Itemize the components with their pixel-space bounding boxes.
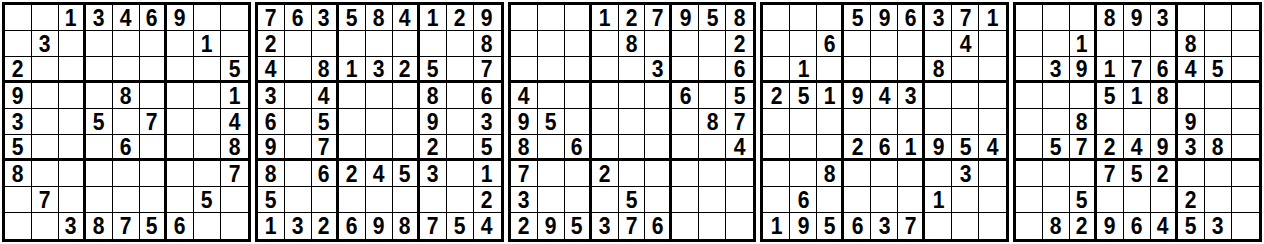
- cell-r8c9[interactable]: [726, 187, 753, 213]
- cell-r5c2[interactable]: [32, 109, 59, 135]
- cell-r2c8[interactable]: [1205, 31, 1232, 57]
- cell-r6c2[interactable]: [790, 135, 817, 161]
- cell-r3c5[interactable]: [619, 57, 646, 83]
- cell-r6c7[interactable]: 3: [1178, 135, 1205, 161]
- cell-r6c9[interactable]: 8: [221, 135, 248, 161]
- cell-r9c9[interactable]: [979, 213, 1006, 239]
- cell-r7c9[interactable]: 7: [221, 161, 248, 187]
- cell-r8c5[interactable]: [366, 187, 393, 213]
- cell-r9c3[interactable]: 2: [1070, 213, 1097, 239]
- cell-r3c4[interactable]: [592, 57, 619, 83]
- cell-r8c5[interactable]: [113, 187, 140, 213]
- cell-r4c6[interactable]: 3: [898, 83, 925, 109]
- cell-r8c8[interactable]: [699, 187, 726, 213]
- cell-r3c9[interactable]: 6: [726, 57, 753, 83]
- cell-r1c9[interactable]: [221, 5, 248, 31]
- cell-r8c3[interactable]: [312, 187, 339, 213]
- cell-r3c7[interactable]: 5: [420, 57, 447, 83]
- cell-r2c2[interactable]: 3: [32, 31, 59, 57]
- cell-r1c6[interactable]: 7: [645, 5, 672, 31]
- cell-r2c6[interactable]: [140, 31, 167, 57]
- cell-r8c1[interactable]: 5: [258, 187, 285, 213]
- cell-r5c4[interactable]: 5: [86, 109, 113, 135]
- cell-r8c6[interactable]: [140, 187, 167, 213]
- cell-r7c3[interactable]: [59, 161, 86, 187]
- cell-r9c7[interactable]: [925, 213, 952, 239]
- cell-r2c9[interactable]: [979, 31, 1006, 57]
- cell-r6c5[interactable]: 6: [871, 135, 898, 161]
- cell-r5c3[interactable]: [817, 109, 844, 135]
- cell-r1c8[interactable]: [194, 5, 221, 31]
- cell-r1c8[interactable]: 5: [699, 5, 726, 31]
- cell-r2c7[interactable]: [672, 31, 699, 57]
- cell-r1c4[interactable]: 1: [592, 5, 619, 31]
- cell-r7c5[interactable]: 5: [1124, 161, 1151, 187]
- cell-r1c1[interactable]: [511, 5, 538, 31]
- cell-r1c9[interactable]: 8: [726, 5, 753, 31]
- cell-r4c1[interactable]: 4: [511, 83, 538, 109]
- cell-r1c4[interactable]: 5: [339, 5, 366, 31]
- cell-r6c8[interactable]: [447, 135, 474, 161]
- cell-r3c8[interactable]: [699, 57, 726, 83]
- cell-r7c5[interactable]: [113, 161, 140, 187]
- cell-r6c4[interactable]: [86, 135, 113, 161]
- cell-r4c5[interactable]: 4: [871, 83, 898, 109]
- cell-r4c1[interactable]: 9: [5, 83, 32, 109]
- cell-r4c9[interactable]: 6: [474, 83, 501, 109]
- cell-r6c9[interactable]: 4: [979, 135, 1006, 161]
- cell-r2c4[interactable]: [339, 31, 366, 57]
- cell-r6c8[interactable]: 8: [1205, 135, 1232, 161]
- cell-r9c4[interactable]: 6: [844, 213, 871, 239]
- cell-r7c2[interactable]: [32, 161, 59, 187]
- cell-r1c6[interactable]: 4: [393, 5, 420, 31]
- cell-r7c9[interactable]: 1: [474, 161, 501, 187]
- cell-r7c7[interactable]: [167, 161, 194, 187]
- cell-r7c7[interactable]: [672, 161, 699, 187]
- cell-r6c1[interactable]: 9: [258, 135, 285, 161]
- cell-r2c7[interactable]: [167, 31, 194, 57]
- cell-r7c7[interactable]: 3: [420, 161, 447, 187]
- cell-r5c3[interactable]: [59, 109, 86, 135]
- cell-r6c7[interactable]: [672, 135, 699, 161]
- cell-r7c3[interactable]: 8: [817, 161, 844, 187]
- cell-r8c2[interactable]: 6: [790, 187, 817, 213]
- cell-r8c5[interactable]: [871, 187, 898, 213]
- cell-r7c2[interactable]: [285, 161, 312, 187]
- cell-r8c7[interactable]: 2: [1178, 187, 1205, 213]
- cell-r8c1[interactable]: [5, 187, 32, 213]
- cell-r9c2[interactable]: [32, 213, 59, 239]
- cell-r5c3[interactable]: 8: [1070, 109, 1097, 135]
- cell-r6c5[interactable]: 6: [113, 135, 140, 161]
- cell-r3c8[interactable]: [952, 57, 979, 83]
- cell-r8c2[interactable]: [538, 187, 565, 213]
- cell-r1c6[interactable]: 3: [1151, 5, 1178, 31]
- cell-r8c8[interactable]: [1205, 187, 1232, 213]
- cell-r8c4[interactable]: [592, 187, 619, 213]
- cell-r7c1[interactable]: 8: [258, 161, 285, 187]
- cell-r1c5[interactable]: 4: [113, 5, 140, 31]
- cell-r7c1[interactable]: 7: [511, 161, 538, 187]
- cell-r7c1[interactable]: [1016, 161, 1043, 187]
- cell-r2c2[interactable]: [790, 31, 817, 57]
- cell-r4c9[interactable]: [1232, 83, 1259, 109]
- cell-r6c4[interactable]: [592, 135, 619, 161]
- cell-r7c8[interactable]: [699, 161, 726, 187]
- cell-r8c7[interactable]: [420, 187, 447, 213]
- cell-r6c2[interactable]: [32, 135, 59, 161]
- cell-r1c7[interactable]: 3: [925, 5, 952, 31]
- cell-r5c6[interactable]: [898, 109, 925, 135]
- cell-r3c4[interactable]: [86, 57, 113, 83]
- cell-r2c4[interactable]: [592, 31, 619, 57]
- cell-r5c2[interactable]: [790, 109, 817, 135]
- cell-r2c6[interactable]: [1151, 31, 1178, 57]
- cell-r6c9[interactable]: [1232, 135, 1259, 161]
- cell-r9c5[interactable]: 7: [113, 213, 140, 239]
- cell-r5c2[interactable]: [1043, 109, 1070, 135]
- cell-r7c3[interactable]: 6: [312, 161, 339, 187]
- cell-r3c7[interactable]: 4: [1178, 57, 1205, 83]
- cell-r9c3[interactable]: 2: [312, 213, 339, 239]
- cell-r7c9[interactable]: [726, 161, 753, 187]
- cell-r5c8[interactable]: 8: [699, 109, 726, 135]
- cell-r5c1[interactable]: 9: [511, 109, 538, 135]
- cell-r3c1[interactable]: [511, 57, 538, 83]
- cell-r4c8[interactable]: [194, 83, 221, 109]
- cell-r5c8[interactable]: [952, 109, 979, 135]
- cell-r5c2[interactable]: 5: [538, 109, 565, 135]
- cell-r2c9[interactable]: [221, 31, 248, 57]
- cell-r3c6[interactable]: 3: [645, 57, 672, 83]
- cell-r6c4[interactable]: 2: [1097, 135, 1124, 161]
- cell-r6c5[interactable]: 4: [1124, 135, 1151, 161]
- cell-r4c3[interactable]: [565, 83, 592, 109]
- cell-r5c6[interactable]: 7: [140, 109, 167, 135]
- cell-r7c2[interactable]: [1043, 161, 1070, 187]
- cell-r7c3[interactable]: [1070, 161, 1097, 187]
- cell-r6c8[interactable]: [194, 135, 221, 161]
- cell-r1c5[interactable]: 8: [366, 5, 393, 31]
- cell-r9c5[interactable]: 7: [619, 213, 646, 239]
- cell-r9c2[interactable]: 9: [538, 213, 565, 239]
- cell-r6c1[interactable]: [763, 135, 790, 161]
- cell-r5c3[interactable]: 5: [312, 109, 339, 135]
- cell-r4c2[interactable]: [32, 83, 59, 109]
- cell-r4c4[interactable]: [86, 83, 113, 109]
- cell-r2c4[interactable]: [844, 31, 871, 57]
- cell-r9c4[interactable]: 9: [1097, 213, 1124, 239]
- cell-r3c6[interactable]: [140, 57, 167, 83]
- cell-r8c1[interactable]: 3: [511, 187, 538, 213]
- cell-r7c6[interactable]: [645, 161, 672, 187]
- cell-r4c5[interactable]: [366, 83, 393, 109]
- cell-r9c4[interactable]: 6: [339, 213, 366, 239]
- cell-r7c8[interactable]: [447, 161, 474, 187]
- cell-r4c3[interactable]: 1: [817, 83, 844, 109]
- cell-r6c6[interactable]: 9: [1151, 135, 1178, 161]
- cell-r2c5[interactable]: [871, 31, 898, 57]
- cell-r8c9[interactable]: [1232, 187, 1259, 213]
- cell-r8c8[interactable]: 5: [194, 187, 221, 213]
- cell-r5c5[interactable]: [619, 109, 646, 135]
- cell-r9c9[interactable]: [726, 213, 753, 239]
- cell-r9c1[interactable]: 1: [258, 213, 285, 239]
- cell-r4c9[interactable]: [979, 83, 1006, 109]
- cell-r3c9[interactable]: [1232, 57, 1259, 83]
- cell-r6c8[interactable]: 5: [952, 135, 979, 161]
- cell-r8c6[interactable]: [645, 187, 672, 213]
- cell-r3c4[interactable]: [844, 57, 871, 83]
- cell-r6c4[interactable]: [339, 135, 366, 161]
- cell-r1c4[interactable]: 3: [86, 5, 113, 31]
- cell-r4c3[interactable]: [1070, 83, 1097, 109]
- cell-r6c6[interactable]: 1: [898, 135, 925, 161]
- cell-r9c2[interactable]: 8: [1043, 213, 1070, 239]
- cell-r2c2[interactable]: [285, 31, 312, 57]
- cell-r1c2[interactable]: [790, 5, 817, 31]
- cell-r3c3[interactable]: [817, 57, 844, 83]
- cell-r9c5[interactable]: 3: [871, 213, 898, 239]
- cell-r4c2[interactable]: [538, 83, 565, 109]
- cell-r5c4[interactable]: [844, 109, 871, 135]
- cell-r3c9[interactable]: 5: [221, 57, 248, 83]
- cell-r9c3[interactable]: 3: [59, 213, 86, 239]
- cell-r2c6[interactable]: [645, 31, 672, 57]
- cell-r4c5[interactable]: 8: [113, 83, 140, 109]
- cell-r1c3[interactable]: 3: [312, 5, 339, 31]
- cell-r9c7[interactable]: 6: [167, 213, 194, 239]
- cell-r9c6[interactable]: 4: [1151, 213, 1178, 239]
- cell-r1c1[interactable]: [763, 5, 790, 31]
- cell-r4c3[interactable]: [59, 83, 86, 109]
- cell-r5c7[interactable]: [925, 109, 952, 135]
- cell-r9c7[interactable]: 5: [1178, 213, 1205, 239]
- cell-r5c1[interactable]: [763, 109, 790, 135]
- cell-r5c1[interactable]: [1016, 109, 1043, 135]
- cell-r9c9[interactable]: [1232, 213, 1259, 239]
- cell-r9c2[interactable]: 3: [285, 213, 312, 239]
- cell-r2c1[interactable]: [5, 31, 32, 57]
- cell-r9c8[interactable]: [194, 213, 221, 239]
- cell-r1c5[interactable]: 9: [871, 5, 898, 31]
- cell-r1c1[interactable]: [1016, 5, 1043, 31]
- cell-r2c9[interactable]: [1232, 31, 1259, 57]
- cell-r1c2[interactable]: [32, 5, 59, 31]
- cell-r9c7[interactable]: [672, 213, 699, 239]
- cell-r5c7[interactable]: [672, 109, 699, 135]
- cell-r1c8[interactable]: 2: [447, 5, 474, 31]
- cell-r6c6[interactable]: [393, 135, 420, 161]
- cell-r8c6[interactable]: [393, 187, 420, 213]
- cell-r3c5[interactable]: [113, 57, 140, 83]
- cell-r9c6[interactable]: 7: [898, 213, 925, 239]
- cell-r1c5[interactable]: 2: [619, 5, 646, 31]
- cell-r2c5[interactable]: [366, 31, 393, 57]
- cell-r7c8[interactable]: [194, 161, 221, 187]
- cell-r2c3[interactable]: 6: [817, 31, 844, 57]
- cell-r9c5[interactable]: 9: [366, 213, 393, 239]
- cell-r6c9[interactable]: 4: [726, 135, 753, 161]
- cell-r7c4[interactable]: [86, 161, 113, 187]
- cell-r2c9[interactable]: 8: [474, 31, 501, 57]
- cell-r4c6[interactable]: [140, 83, 167, 109]
- cell-r5c5[interactable]: [366, 109, 393, 135]
- cell-r8c8[interactable]: [447, 187, 474, 213]
- cell-r9c9[interactable]: [221, 213, 248, 239]
- cell-r9c7[interactable]: 7: [420, 213, 447, 239]
- cell-r2c3[interactable]: [312, 31, 339, 57]
- cell-r3c3[interactable]: 9: [1070, 57, 1097, 83]
- cell-r2c7[interactable]: [420, 31, 447, 57]
- cell-r5c7[interactable]: [167, 109, 194, 135]
- cell-r5c5[interactable]: [871, 109, 898, 135]
- cell-r4c8[interactable]: [952, 83, 979, 109]
- cell-r3c1[interactable]: 4: [258, 57, 285, 83]
- cell-r8c4[interactable]: [1097, 187, 1124, 213]
- cell-r5c9[interactable]: 3: [474, 109, 501, 135]
- cell-r7c4[interactable]: 7: [1097, 161, 1124, 187]
- cell-r3c1[interactable]: [1016, 57, 1043, 83]
- cell-r3c4[interactable]: 1: [1097, 57, 1124, 83]
- cell-r1c2[interactable]: [1043, 5, 1070, 31]
- cell-r3c9[interactable]: 7: [474, 57, 501, 83]
- cell-r1c1[interactable]: 7: [258, 5, 285, 31]
- cell-r6c1[interactable]: 5: [5, 135, 32, 161]
- cell-r7c7[interactable]: [925, 161, 952, 187]
- cell-r1c3[interactable]: [1070, 5, 1097, 31]
- cell-r5c8[interactable]: [194, 109, 221, 135]
- cell-r2c1[interactable]: [1016, 31, 1043, 57]
- cell-r7c5[interactable]: [871, 161, 898, 187]
- cell-r2c6[interactable]: [393, 31, 420, 57]
- cell-r4c6[interactable]: [393, 83, 420, 109]
- cell-r7c5[interactable]: 4: [366, 161, 393, 187]
- cell-r9c4[interactable]: 3: [592, 213, 619, 239]
- cell-r5c6[interactable]: [645, 109, 672, 135]
- cell-r6c7[interactable]: 9: [925, 135, 952, 161]
- cell-r3c1[interactable]: 2: [5, 57, 32, 83]
- cell-r1c9[interactable]: 9: [474, 5, 501, 31]
- cell-r4c7[interactable]: 8: [420, 83, 447, 109]
- cell-r2c1[interactable]: 2: [258, 31, 285, 57]
- cell-r4c8[interactable]: [699, 83, 726, 109]
- cell-r8c7[interactable]: [672, 187, 699, 213]
- cell-r9c6[interactable]: 5: [140, 213, 167, 239]
- cell-r5c9[interactable]: [979, 109, 1006, 135]
- cell-r8c9[interactable]: [221, 187, 248, 213]
- cell-r4c8[interactable]: [447, 83, 474, 109]
- cell-r1c3[interactable]: [565, 5, 592, 31]
- cell-r3c7[interactable]: 8: [925, 57, 952, 83]
- cell-r8c3[interactable]: [59, 187, 86, 213]
- cell-r2c1[interactable]: [763, 31, 790, 57]
- cell-r3c4[interactable]: 1: [339, 57, 366, 83]
- cell-r6c6[interactable]: [140, 135, 167, 161]
- cell-r9c1[interactable]: [5, 213, 32, 239]
- cell-r3c6[interactable]: [898, 57, 925, 83]
- cell-r9c4[interactable]: 8: [86, 213, 113, 239]
- cell-r7c1[interactable]: [763, 161, 790, 187]
- cell-r3c3[interactable]: [565, 57, 592, 83]
- cell-r6c6[interactable]: [645, 135, 672, 161]
- cell-r6c9[interactable]: 5: [474, 135, 501, 161]
- cell-r8c9[interactable]: 2: [474, 187, 501, 213]
- cell-r6c5[interactable]: [619, 135, 646, 161]
- cell-r5c4[interactable]: [1097, 109, 1124, 135]
- cell-r1c8[interactable]: [1205, 5, 1232, 31]
- cell-r4c6[interactable]: [645, 83, 672, 109]
- cell-r4c5[interactable]: 1: [1124, 83, 1151, 109]
- cell-r6c2[interactable]: 5: [1043, 135, 1070, 161]
- cell-r6c5[interactable]: [366, 135, 393, 161]
- cell-r9c1[interactable]: [1016, 213, 1043, 239]
- cell-r7c4[interactable]: 2: [339, 161, 366, 187]
- cell-r9c6[interactable]: 6: [645, 213, 672, 239]
- cell-r8c9[interactable]: [979, 187, 1006, 213]
- cell-r2c8[interactable]: 4: [952, 31, 979, 57]
- cell-r7c6[interactable]: [140, 161, 167, 187]
- cell-r2c7[interactable]: 8: [1178, 31, 1205, 57]
- cell-r9c3[interactable]: 5: [817, 213, 844, 239]
- cell-r3c5[interactable]: 7: [1124, 57, 1151, 83]
- cell-r1c1[interactable]: [5, 5, 32, 31]
- cell-r8c1[interactable]: [1016, 187, 1043, 213]
- cell-r5c7[interactable]: 9: [1178, 109, 1205, 135]
- cell-r1c4[interactable]: 8: [1097, 5, 1124, 31]
- cell-r4c8[interactable]: [1205, 83, 1232, 109]
- cell-r7c5[interactable]: [619, 161, 646, 187]
- cell-r2c8[interactable]: 1: [194, 31, 221, 57]
- cell-r7c7[interactable]: [1178, 161, 1205, 187]
- cell-r1c8[interactable]: 7: [952, 5, 979, 31]
- cell-r2c2[interactable]: [1043, 31, 1070, 57]
- cell-r3c8[interactable]: [194, 57, 221, 83]
- cell-r3c5[interactable]: [871, 57, 898, 83]
- cell-r3c3[interactable]: 8: [312, 57, 339, 83]
- cell-r1c6[interactable]: 6: [898, 5, 925, 31]
- cell-r7c2[interactable]: [790, 161, 817, 187]
- cell-r8c6[interactable]: [898, 187, 925, 213]
- cell-r6c1[interactable]: [1016, 135, 1043, 161]
- cell-r9c1[interactable]: 1: [763, 213, 790, 239]
- cell-r3c1[interactable]: [763, 57, 790, 83]
- cell-r7c8[interactable]: 3: [952, 161, 979, 187]
- cell-r1c2[interactable]: [538, 5, 565, 31]
- cell-r7c6[interactable]: 5: [393, 161, 420, 187]
- cell-r3c2[interactable]: 1: [790, 57, 817, 83]
- cell-r9c8[interactable]: [699, 213, 726, 239]
- cell-r3c8[interactable]: [447, 57, 474, 83]
- cell-r4c4[interactable]: 9: [844, 83, 871, 109]
- cell-r5c3[interactable]: [565, 109, 592, 135]
- cell-r2c8[interactable]: [699, 31, 726, 57]
- cell-r4c2[interactable]: [1043, 83, 1070, 109]
- cell-r5c2[interactable]: [285, 109, 312, 135]
- cell-r9c3[interactable]: 5: [565, 213, 592, 239]
- cell-r5c1[interactable]: 6: [258, 109, 285, 135]
- cell-r6c8[interactable]: [699, 135, 726, 161]
- cell-r3c7[interactable]: [167, 57, 194, 83]
- cell-r4c7[interactable]: [167, 83, 194, 109]
- cell-r4c4[interactable]: [339, 83, 366, 109]
- cell-r6c2[interactable]: [285, 135, 312, 161]
- cell-r4c7[interactable]: [925, 83, 952, 109]
- cell-r1c5[interactable]: 9: [1124, 5, 1151, 31]
- cell-r8c3[interactable]: [817, 187, 844, 213]
- cell-r4c5[interactable]: [619, 83, 646, 109]
